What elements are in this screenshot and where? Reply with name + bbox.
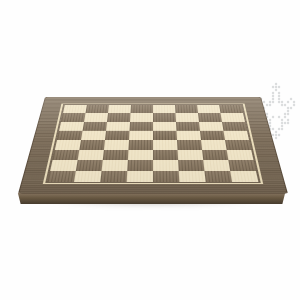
square-c8 xyxy=(108,105,131,113)
square-g4 xyxy=(201,140,227,150)
board-inlay-line xyxy=(43,104,263,184)
square-f6 xyxy=(176,122,200,131)
square-g8 xyxy=(197,105,220,113)
square-c4 xyxy=(104,140,129,150)
square-g2 xyxy=(203,160,230,171)
square-e7 xyxy=(153,113,176,122)
board-side-edge xyxy=(16,193,287,204)
square-e3 xyxy=(153,150,178,160)
square-d6 xyxy=(130,122,153,131)
square-b5 xyxy=(81,131,106,140)
square-e5 xyxy=(153,131,177,140)
square-b7 xyxy=(84,113,108,122)
square-b3 xyxy=(78,150,104,160)
square-b4 xyxy=(79,140,105,150)
square-f7 xyxy=(175,113,198,122)
square-a4 xyxy=(55,140,81,150)
square-a1 xyxy=(48,171,76,182)
square-b8 xyxy=(86,105,109,113)
square-c2 xyxy=(102,160,128,171)
square-c7 xyxy=(107,113,130,122)
square-f2 xyxy=(178,160,204,171)
square-c1 xyxy=(100,171,127,182)
square-e4 xyxy=(153,140,178,150)
square-d1 xyxy=(127,171,153,182)
product-photo-stage xyxy=(0,0,300,300)
square-a3 xyxy=(53,150,80,160)
square-a5 xyxy=(57,131,83,140)
square-g3 xyxy=(202,150,228,160)
square-d2 xyxy=(127,160,153,171)
square-c3 xyxy=(103,150,129,160)
square-h2 xyxy=(228,160,256,171)
square-f1 xyxy=(179,171,206,182)
square-d7 xyxy=(130,113,153,122)
square-f4 xyxy=(177,140,202,150)
square-e6 xyxy=(153,122,176,131)
square-d5 xyxy=(129,131,153,140)
square-h4 xyxy=(225,140,251,150)
square-e2 xyxy=(153,160,179,171)
square-a2 xyxy=(50,160,78,171)
square-h5 xyxy=(223,131,249,140)
square-f5 xyxy=(176,131,201,140)
square-h1 xyxy=(230,171,258,182)
square-g7 xyxy=(198,113,222,122)
square-g6 xyxy=(199,122,223,131)
square-a6 xyxy=(59,122,84,131)
board-frame xyxy=(18,97,288,194)
chessboard xyxy=(18,97,288,194)
square-h7 xyxy=(220,113,244,122)
square-a8 xyxy=(63,105,87,113)
square-d3 xyxy=(128,150,153,160)
square-d4 xyxy=(128,140,153,150)
square-b1 xyxy=(74,171,102,182)
square-c5 xyxy=(105,131,130,140)
square-h6 xyxy=(222,122,247,131)
square-f3 xyxy=(178,150,204,160)
square-b6 xyxy=(83,122,107,131)
square-a7 xyxy=(61,113,85,122)
square-d8 xyxy=(131,105,153,113)
square-e1 xyxy=(153,171,179,182)
square-e8 xyxy=(153,105,175,113)
square-h8 xyxy=(219,105,243,113)
board-field xyxy=(48,105,259,182)
square-g1 xyxy=(204,171,232,182)
square-g5 xyxy=(200,131,225,140)
square-h3 xyxy=(227,150,254,160)
square-b2 xyxy=(76,160,103,171)
square-c6 xyxy=(106,122,130,131)
square-f8 xyxy=(175,105,198,113)
